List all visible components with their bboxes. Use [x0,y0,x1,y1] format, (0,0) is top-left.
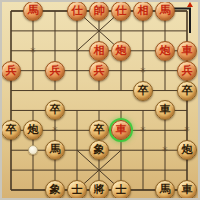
piece-character: 兵 [182,61,193,79]
piece-red-6-0[interactable]: 相 [133,1,153,21]
piece-character: 仕 [72,2,83,20]
piece-black-4-6[interactable]: 卒 [89,120,109,140]
piece-character: 兵 [50,61,61,79]
piece-character: 帥 [94,2,105,20]
piece-character: 仕 [116,2,127,20]
piece-red-0-3[interactable]: 兵 [1,61,21,81]
piece-character: 將 [94,181,105,199]
piece-character: 車 [182,41,193,59]
piece-red-5-2[interactable]: 炮 [111,41,131,61]
star-point: ✳ [30,47,37,55]
piece-black-8-7[interactable]: 炮 [177,140,197,160]
piece-black-1-6[interactable]: 炮 [23,120,43,140]
star-point: ✳ [140,67,147,75]
piece-character: 卒 [138,81,149,99]
star-point: ✳ [52,126,59,134]
piece-character: 士 [72,181,83,199]
piece-black-6-4[interactable]: 卒 [133,81,153,101]
piece-black-5-9[interactable]: 士 [111,180,131,200]
piece-black-3-9[interactable]: 士 [67,180,87,200]
piece-black-4-9[interactable]: 將 [89,180,109,200]
piece-character: 炮 [28,121,39,139]
star-point: ✳ [184,126,191,134]
piece-red-7-2[interactable]: 炮 [155,41,175,61]
piece-character: 象 [50,181,61,199]
piece-black-2-5[interactable]: 卒 [45,100,65,120]
piece-red-4-0[interactable]: 帥 [89,1,109,21]
piece-black-4-7[interactable]: 象 [89,140,109,160]
piece-character: 象 [94,141,105,159]
piece-character: 炮 [182,141,193,159]
piece-black-8-4[interactable]: 卒 [177,81,197,101]
piece-character: 馬 [50,141,61,159]
piece-character: 炮 [160,41,171,59]
piece-black-0-6[interactable]: 卒 [1,120,21,140]
piece-red-3-0[interactable]: 仕 [67,1,87,21]
star-point: ✳ [140,126,147,134]
piece-character: 車 [160,101,171,119]
piece-black-7-5[interactable]: 車 [155,100,175,120]
piece-character: 兵 [6,61,17,79]
piece-black-2-9[interactable]: 象 [45,180,65,200]
piece-red-1-0[interactable]: 馬 [23,1,43,21]
piece-character: 相 [94,41,105,59]
piece-character: 馬 [160,2,171,20]
piece-red-8-3[interactable]: 兵 [177,61,197,81]
piece-character: 馬 [160,181,171,199]
piece-character: 士 [116,181,127,199]
piece-character: 卒 [50,101,61,119]
move-origin-dot [28,145,38,155]
piece-character: 兵 [94,61,105,79]
xiangqi-board[interactable]: ✳✳✳✳✳✳馬仕帥仕相馬相炮炮車兵兵兵兵車卒卒卒車卒炮卒馬象炮象士將士馬車 [2,2,198,198]
piece-black-8-9[interactable]: 車 [177,180,197,200]
piece-black-2-7[interactable]: 馬 [45,140,65,160]
piece-character: 卒 [6,121,17,139]
piece-character: 車 [182,181,193,199]
piece-black-7-9[interactable]: 馬 [155,180,175,200]
piece-character: 馬 [28,2,39,20]
piece-character: 炮 [116,41,127,59]
piece-red-7-0[interactable]: 馬 [155,1,175,21]
last-move-arrow-icon [187,2,193,7]
piece-red-5-6[interactable]: 車 [111,120,131,140]
piece-red-4-2[interactable]: 相 [89,41,109,61]
piece-character: 相 [138,2,149,20]
piece-character: 卒 [182,81,193,99]
piece-red-4-3[interactable]: 兵 [89,61,109,81]
piece-character: 卒 [94,121,105,139]
piece-red-8-2[interactable]: 車 [177,41,197,61]
app-window: ✳✳✳✳✳✳馬仕帥仕相馬相炮炮車兵兵兵兵車卒卒卒車卒炮卒馬象炮象士將士馬車 [0,0,200,200]
piece-character: 車 [116,121,127,139]
piece-red-2-3[interactable]: 兵 [45,61,65,81]
star-point: ✳ [162,146,169,154]
piece-red-5-0[interactable]: 仕 [111,1,131,21]
